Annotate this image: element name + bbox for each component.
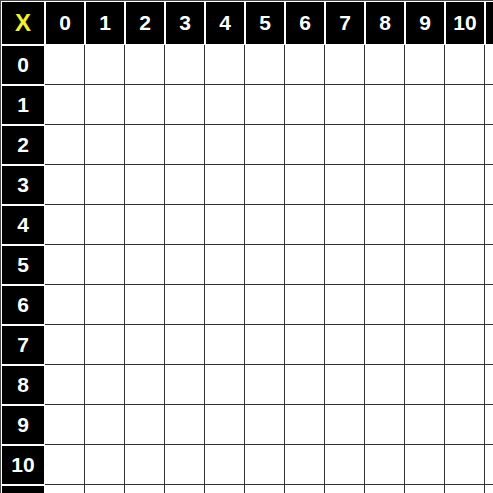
product-cell-r7-c2[interactable] [125, 325, 165, 365]
partial-body-cell [485, 485, 493, 493]
product-cell-r3-c4[interactable] [205, 165, 245, 205]
product-cell-r3-c0[interactable] [45, 165, 85, 205]
product-cell-r7-c4[interactable] [205, 325, 245, 365]
product-cell-r1-c6[interactable] [285, 85, 325, 125]
partial-body-cell [285, 485, 325, 493]
product-cell-r9-c4[interactable] [205, 405, 245, 445]
product-cell-r9-c2[interactable] [125, 405, 165, 445]
product-cell-r5-c10[interactable] [445, 245, 485, 285]
product-cell-r2-c1[interactable] [85, 125, 125, 165]
product-cell-r8-c4[interactable] [205, 365, 245, 405]
product-cell-r6-c0[interactable] [45, 285, 85, 325]
product-cell-r2-c7[interactable] [325, 125, 365, 165]
product-cell-r7-c5[interactable] [245, 325, 285, 365]
product-cell-r1-c1[interactable] [85, 85, 125, 125]
col-header-10: 10 [445, 1, 485, 45]
product-cell-r2-c5[interactable] [245, 125, 285, 165]
product-cell-r1-c9[interactable] [405, 85, 445, 125]
partial-body-cell [485, 45, 493, 85]
product-cell-r0-c2[interactable] [125, 45, 165, 85]
row-header-9: 9 [1, 405, 45, 445]
product-cell-r9-c1[interactable] [85, 405, 125, 445]
product-cell-r7-c3[interactable] [165, 325, 205, 365]
partial-body-cell [245, 485, 285, 493]
partial-body-cell [405, 485, 445, 493]
product-cell-r6-c4[interactable] [205, 285, 245, 325]
product-cell-r4-c0[interactable] [45, 205, 85, 245]
row-header-1: 1 [1, 85, 45, 125]
product-cell-r0-c10[interactable] [445, 45, 485, 85]
product-cell-r8-c1[interactable] [85, 365, 125, 405]
product-cell-r4-c5[interactable] [245, 205, 285, 245]
product-cell-r3-c5[interactable] [245, 165, 285, 205]
product-cell-r2-c10[interactable] [445, 125, 485, 165]
partial-body-cell [485, 85, 493, 125]
product-cell-r9-c5[interactable] [245, 405, 285, 445]
product-cell-r3-c9[interactable] [405, 165, 445, 205]
product-cell-r7-c8[interactable] [365, 325, 405, 365]
product-cell-r9-c10[interactable] [445, 405, 485, 445]
partial-body-cell [485, 325, 493, 365]
product-cell-r1-c10[interactable] [445, 85, 485, 125]
partial-body-cell [165, 485, 205, 493]
product-cell-r10-c0[interactable] [45, 445, 85, 485]
product-cell-r4-c10[interactable] [445, 205, 485, 245]
row-header-10: 10 [1, 445, 45, 485]
row-header-4: 4 [1, 205, 45, 245]
product-cell-r8-c2[interactable] [125, 365, 165, 405]
product-cell-r10-c5[interactable] [245, 445, 285, 485]
product-cell-r9-c0[interactable] [45, 405, 85, 445]
product-cell-r0-c3[interactable] [165, 45, 205, 85]
product-cell-r2-c9[interactable] [405, 125, 445, 165]
product-cell-r10-c9[interactable] [405, 445, 445, 485]
product-cell-r3-c7[interactable] [325, 165, 365, 205]
partial-body-cell [485, 165, 493, 205]
product-cell-r2-c2[interactable] [125, 125, 165, 165]
product-cell-r4-c6[interactable] [285, 205, 325, 245]
product-cell-r10-c6[interactable] [285, 445, 325, 485]
product-cell-r2-c4[interactable] [205, 125, 245, 165]
partial-body-cell [365, 485, 405, 493]
product-cell-r2-c6[interactable] [285, 125, 325, 165]
product-cell-r2-c3[interactable] [165, 125, 205, 165]
product-cell-r2-c8[interactable] [365, 125, 405, 165]
col-header-2: 2 [125, 1, 165, 45]
multiplication-table-board: X012345678910012345678910 [0, 0, 493, 493]
product-cell-r8-c3[interactable] [165, 365, 205, 405]
product-cell-r9-c6[interactable] [285, 405, 325, 445]
product-cell-r6-c5[interactable] [245, 285, 285, 325]
product-cell-r8-c5[interactable] [245, 365, 285, 405]
row-header-7: 7 [1, 325, 45, 365]
col-header-6: 6 [285, 1, 325, 45]
product-cell-r10-c4[interactable] [205, 445, 245, 485]
product-cell-r6-c8[interactable] [365, 285, 405, 325]
product-cell-r9-c7[interactable] [325, 405, 365, 445]
product-cell-r0-c4[interactable] [205, 45, 245, 85]
product-cell-r1-c2[interactable] [125, 85, 165, 125]
product-cell-r5-c2[interactable] [125, 245, 165, 285]
row-header-5: 5 [1, 245, 45, 285]
col-header-4: 4 [205, 1, 245, 45]
product-cell-r0-c0[interactable] [45, 45, 85, 85]
col-header-3: 3 [165, 1, 205, 45]
partial-body-cell [485, 445, 493, 485]
product-cell-r10-c2[interactable] [125, 445, 165, 485]
partial-body-cell [485, 365, 493, 405]
product-cell-r8-c0[interactable] [45, 365, 85, 405]
product-cell-r3-c10[interactable] [445, 165, 485, 205]
product-cell-r10-c1[interactable] [85, 445, 125, 485]
product-cell-r8-c10[interactable] [445, 365, 485, 405]
product-cell-r8-c6[interactable] [285, 365, 325, 405]
product-cell-r1-c5[interactable] [245, 85, 285, 125]
partial-body-cell [85, 485, 125, 493]
product-cell-r8-c7[interactable] [325, 365, 365, 405]
product-cell-r5-c6[interactable] [285, 245, 325, 285]
product-cell-r5-c3[interactable] [165, 245, 205, 285]
product-cell-r7-c6[interactable] [285, 325, 325, 365]
product-cell-r10-c10[interactable] [445, 445, 485, 485]
partial-body-cell [325, 485, 365, 493]
product-cell-r5-c5[interactable] [245, 245, 285, 285]
product-cell-r10-c7[interactable] [325, 445, 365, 485]
product-cell-r4-c4[interactable] [205, 205, 245, 245]
product-cell-r9-c9[interactable] [405, 405, 445, 445]
row-header-8: 8 [1, 365, 45, 405]
partial-body-cell [205, 485, 245, 493]
product-cell-r3-c3[interactable] [165, 165, 205, 205]
product-cell-r7-c10[interactable] [445, 325, 485, 365]
product-cell-r4-c8[interactable] [365, 205, 405, 245]
product-cell-r9-c8[interactable] [365, 405, 405, 445]
product-cell-r7-c0[interactable] [45, 325, 85, 365]
product-cell-r1-c4[interactable] [205, 85, 245, 125]
product-cell-r7-c7[interactable] [325, 325, 365, 365]
product-cell-r5-c0[interactable] [45, 245, 85, 285]
product-cell-r6-c2[interactable] [125, 285, 165, 325]
product-cell-r1-c0[interactable] [45, 85, 85, 125]
product-cell-r5-c8[interactable] [365, 245, 405, 285]
product-cell-r3-c6[interactable] [285, 165, 325, 205]
partial-col-header [485, 1, 493, 45]
product-cell-r4-c3[interactable] [165, 205, 205, 245]
product-cell-r6-c3[interactable] [165, 285, 205, 325]
col-header-7: 7 [325, 1, 365, 45]
product-cell-r4-c1[interactable] [85, 205, 125, 245]
product-cell-r3-c2[interactable] [125, 165, 165, 205]
col-header-1: 1 [85, 1, 125, 45]
partial-body-cell [445, 485, 485, 493]
product-cell-r1-c3[interactable] [165, 85, 205, 125]
product-cell-r0-c7[interactable] [325, 45, 365, 85]
partial-body-cell [125, 485, 165, 493]
row-header-6: 6 [1, 285, 45, 325]
product-cell-r0-c8[interactable] [365, 45, 405, 85]
product-cell-r9-c3[interactable] [165, 405, 205, 445]
product-cell-r0-c1[interactable] [85, 45, 125, 85]
product-cell-r3-c1[interactable] [85, 165, 125, 205]
product-cell-r10-c8[interactable] [365, 445, 405, 485]
product-cell-r0-c5[interactable] [245, 45, 285, 85]
product-cell-r5-c9[interactable] [405, 245, 445, 285]
product-cell-r8-c9[interactable] [405, 365, 445, 405]
partial-body-cell [485, 245, 493, 285]
col-header-9: 9 [405, 1, 445, 45]
product-cell-r8-c8[interactable] [365, 365, 405, 405]
product-cell-r0-c9[interactable] [405, 45, 445, 85]
col-header-5: 5 [245, 1, 285, 45]
partial-body-cell [485, 405, 493, 445]
partial-body-cell [45, 485, 85, 493]
partial-row-header [1, 485, 45, 493]
product-cell-r4-c7[interactable] [325, 205, 365, 245]
product-cell-r7-c9[interactable] [405, 325, 445, 365]
product-cell-r6-c9[interactable] [405, 285, 445, 325]
product-cell-r7-c1[interactable] [85, 325, 125, 365]
product-cell-r3-c8[interactable] [365, 165, 405, 205]
product-cell-r6-c7[interactable] [325, 285, 365, 325]
product-cell-r0-c6[interactable] [285, 45, 325, 85]
product-cell-r6-c10[interactable] [445, 285, 485, 325]
partial-body-cell [485, 285, 493, 325]
product-cell-r5-c7[interactable] [325, 245, 365, 285]
partial-body-cell [485, 125, 493, 165]
product-cell-r5-c1[interactable] [85, 245, 125, 285]
row-header-2: 2 [1, 125, 45, 165]
product-cell-r5-c4[interactable] [205, 245, 245, 285]
times-table-grid: X012345678910012345678910 [1, 1, 493, 493]
product-cell-r2-c0[interactable] [45, 125, 85, 165]
product-cell-r6-c6[interactable] [285, 285, 325, 325]
product-cell-r1-c7[interactable] [325, 85, 365, 125]
row-header-3: 3 [1, 165, 45, 205]
product-cell-r4-c2[interactable] [125, 205, 165, 245]
product-cell-r1-c8[interactable] [365, 85, 405, 125]
corner-cell-x: X [1, 1, 45, 45]
product-cell-r6-c1[interactable] [85, 285, 125, 325]
partial-body-cell [485, 205, 493, 245]
col-header-8: 8 [365, 1, 405, 45]
product-cell-r4-c9[interactable] [405, 205, 445, 245]
product-cell-r10-c3[interactable] [165, 445, 205, 485]
col-header-0: 0 [45, 1, 85, 45]
row-header-0: 0 [1, 45, 45, 85]
